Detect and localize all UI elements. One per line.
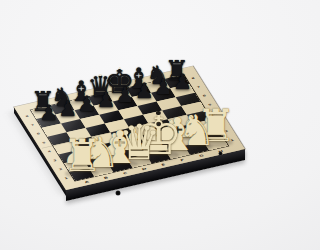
pieces-layer: ♜♞♝♛♚♝♞♜♟♟♟♟♟♟♟♟♟♟♟♟♟♟♟♟♜♞♝♛♚♝♞♜ [0, 0, 250, 250]
piece-black-pawn[interactable]: ♟ [134, 80, 155, 101]
piece-white-rook[interactable]: ♜ [60, 134, 105, 179]
piece-black-pawn[interactable]: ♟ [38, 102, 59, 123]
king-finial [99, 74, 101, 76]
piece-black-pawn[interactable]: ♟ [153, 76, 174, 97]
king-finial [118, 67, 121, 70]
piece-black-pawn[interactable]: ♟ [57, 98, 78, 119]
photo-background: ABCDEFGH 87654321 87654321 ♜♞♝♛♚♝♞♜♟♟♟♟♟… [0, 0, 250, 250]
piece-black-pawn[interactable]: ♟ [172, 71, 193, 92]
piece-black-pawn[interactable]: ♟ [95, 89, 116, 110]
piece-black-pawn[interactable]: ♟ [114, 84, 135, 105]
piece-black-pawn[interactable]: ♟ [76, 93, 97, 114]
